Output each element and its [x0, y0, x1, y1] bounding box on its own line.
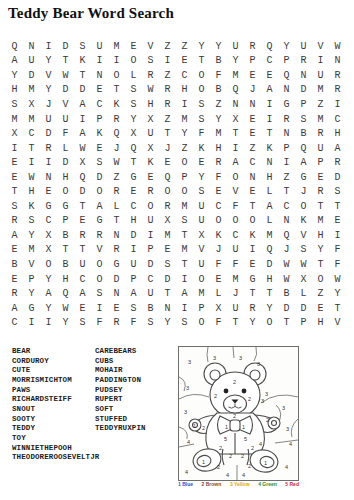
grid-cell-r13c12: U	[193, 214, 210, 229]
grid-cell-r20c6: F	[91, 315, 108, 330]
grid-cell-r16c11: T	[176, 257, 193, 272]
grid-cell-r2c4: T	[57, 54, 74, 69]
grid-cell-r12c16: A	[261, 199, 278, 214]
grid-cell-r12c13: C	[210, 199, 227, 214]
grid-cell-r11c8: E	[125, 184, 142, 199]
grid-cell-r9c1: E	[6, 155, 23, 170]
grid-cell-r17c6: O	[91, 272, 108, 287]
grid-cell-r5c19: Z	[312, 97, 329, 112]
region-number-2: 2	[219, 445, 222, 451]
grid-cell-r14c13: K	[210, 228, 227, 243]
grid-cell-r14c1: A	[6, 228, 23, 243]
grid-cell-r7c2: C	[23, 126, 40, 141]
grid-cell-r18c9: U	[142, 286, 159, 301]
word-stuffed: STUFFED	[95, 415, 146, 425]
bear-inner-ear-left	[210, 370, 220, 380]
grid-cell-r15c3: X	[40, 243, 57, 258]
region-number-4: 4	[285, 464, 288, 470]
grid-cell-r15c8: I	[125, 243, 142, 258]
grid-cell-r7c16: T	[261, 126, 278, 141]
grid-cell-r9c7: W	[108, 155, 125, 170]
grid-cell-r8c14: I	[227, 141, 244, 156]
grid-cell-r10c11: P	[176, 170, 193, 185]
grid-cell-r6c6: P	[91, 112, 108, 127]
word-morrismichtom: MORRISMICHTOM	[12, 376, 99, 386]
grid-cell-r16c1: B	[6, 257, 23, 272]
grid-cell-r15c20: F	[329, 243, 346, 258]
grid-cell-r1c5: S	[74, 39, 91, 54]
grid-cell-r15c5: T	[74, 243, 91, 258]
grid-cell-r3c3: V	[40, 68, 57, 83]
grid-cell-r19c11: I	[176, 301, 193, 316]
grid-cell-r13c10: X	[159, 214, 176, 229]
grid-cell-r20c3: I	[40, 315, 57, 330]
grid-cell-r19c17: D	[278, 301, 295, 316]
grid-cell-r19c5: E	[74, 301, 91, 316]
grid-cell-r7c3: D	[40, 126, 57, 141]
grid-cell-r18c15: T	[244, 286, 261, 301]
grid-cell-r18c3: A	[40, 286, 57, 301]
word-cubs: CUBS	[95, 357, 146, 367]
region-number-3: 3	[282, 405, 285, 411]
grid-cell-r9c17: I	[278, 155, 295, 170]
grid-cell-r9c11: O	[176, 155, 193, 170]
grid-cell-r18c7: N	[108, 286, 125, 301]
legend-blue: 1 Blue	[178, 481, 193, 487]
grid-cell-r1c7: M	[108, 39, 125, 54]
grid-cell-r5c20: I	[329, 97, 346, 112]
grid-cell-r4c12: O	[193, 83, 210, 98]
grid-cell-r2c1: A	[6, 54, 23, 69]
region-number-2: 2	[248, 463, 251, 469]
grid-cell-r2c15: P	[244, 54, 261, 69]
grid-cell-r3c11: C	[176, 68, 193, 83]
grid-cell-r8c15: Z	[244, 141, 261, 156]
grid-cell-r12c3: G	[40, 199, 57, 214]
grid-cell-r2c14: Y	[227, 54, 244, 69]
grid-cell-r6c17: R	[278, 112, 295, 127]
grid-cell-r19c10: N	[159, 301, 176, 316]
grid-cell-r15c17: J	[278, 243, 295, 258]
grid-cell-r18c4: Q	[57, 286, 74, 301]
grid-cell-r1c14: U	[227, 39, 244, 54]
grid-cell-r20c14: T	[227, 315, 244, 330]
grid-cell-r18c14: J	[227, 286, 244, 301]
bear-inner-ear-right	[250, 370, 260, 380]
grid-cell-r10c7: Z	[108, 170, 125, 185]
word-pudsey: PUDSEY	[95, 386, 146, 396]
word-search-grid: QNIDSUMEVZZYYURQYUVWAUYTKIIOSIETBYPCPRIN…	[6, 39, 346, 330]
grid-cell-r8c9: X	[142, 141, 159, 156]
grid-cell-r7c11: Y	[176, 126, 193, 141]
grid-cell-r14c10: M	[159, 228, 176, 243]
grid-cell-r20c18: P	[295, 315, 312, 330]
region-number-2: 2	[266, 417, 269, 423]
grid-cell-r12c7: L	[108, 199, 125, 214]
grid-cell-r8c5: W	[74, 141, 91, 156]
grid-cell-r13c8: H	[125, 214, 142, 229]
grid-cell-r8c7: J	[108, 141, 125, 156]
grid-cell-r1c17: Y	[278, 39, 295, 54]
grid-cell-r1c20: W	[329, 39, 346, 54]
grid-cell-r20c7: R	[108, 315, 125, 330]
grid-cell-r13c19: M	[312, 214, 329, 229]
region-number-1: 1	[264, 460, 267, 466]
region-number-3: 3	[286, 426, 289, 432]
grid-cell-r1c2: N	[23, 39, 40, 54]
grid-cell-r8c6: E	[91, 141, 108, 156]
grid-cell-r4c14: Q	[227, 83, 244, 98]
legend-green: 4 Green	[258, 481, 277, 487]
grid-cell-r17c11: I	[176, 272, 193, 287]
grid-cell-r11c5: D	[74, 184, 91, 199]
grid-cell-r6c4: U	[57, 112, 74, 127]
grid-cell-r20c19: H	[312, 315, 329, 330]
grid-cell-r16c15: E	[244, 257, 261, 272]
teddy-bear-illustration: 333333333322222222222211111554444444	[179, 347, 298, 480]
grid-cell-r11c3: E	[40, 184, 57, 199]
grid-cell-r2c19: I	[312, 54, 329, 69]
grid-cell-r7c12: F	[193, 126, 210, 141]
grid-cell-r13c9: U	[142, 214, 159, 229]
grid-cell-r20c20: V	[329, 315, 346, 330]
grid-cell-r9c13: R	[210, 155, 227, 170]
grid-cell-r7c9: U	[142, 126, 159, 141]
grid-cell-r10c8: G	[125, 170, 142, 185]
region-number-2: 2	[229, 453, 232, 459]
grid-cell-r9c12: E	[193, 155, 210, 170]
grid-cell-r5c1: S	[6, 97, 23, 112]
grid-cell-r20c2: I	[23, 315, 40, 330]
grid-cell-r12c9: O	[142, 199, 159, 214]
grid-cell-r11c4: O	[57, 184, 74, 199]
grid-cell-r12c12: U	[193, 199, 210, 214]
grid-cell-r19c19: E	[312, 301, 329, 316]
word-richardsteiff: RICHARDSTEIFF	[12, 395, 99, 405]
grid-cell-r12c10: R	[159, 199, 176, 214]
grid-cell-r17c12: O	[193, 272, 210, 287]
grid-cell-r2c16: C	[261, 54, 278, 69]
grid-cell-r6c8: Y	[125, 112, 142, 127]
word-rupert: RUPERT	[95, 395, 146, 405]
grid-cell-r6c20: C	[329, 112, 346, 127]
grid-cell-r8c12: K	[193, 141, 210, 156]
grid-cell-r10c19: E	[312, 170, 329, 185]
grid-cell-r7c7: Q	[108, 126, 125, 141]
grid-cell-r16c13: F	[210, 257, 227, 272]
grid-cell-r6c3: U	[40, 112, 57, 127]
grid-cell-r6c18: S	[295, 112, 312, 127]
grid-cell-r19c1: A	[6, 301, 23, 316]
grid-cell-r7c8: X	[125, 126, 142, 141]
grid-cell-r1c18: U	[295, 39, 312, 54]
grid-cell-r13c6: G	[91, 214, 108, 229]
grid-cell-r19c7: E	[108, 301, 125, 316]
grid-cell-r5c9: H	[142, 97, 159, 112]
grid-cell-r14c8: D	[125, 228, 142, 243]
grid-cell-r19c13: X	[210, 301, 227, 316]
grid-cell-r5c3: J	[40, 97, 57, 112]
grid-cell-r15c6: V	[91, 243, 108, 258]
grid-cell-r14c16: M	[261, 228, 278, 243]
grid-cell-r2c13: B	[210, 54, 227, 69]
region-number-3: 3	[184, 409, 187, 415]
region-number-1: 1	[193, 423, 196, 429]
grid-cell-r15c2: M	[23, 243, 40, 258]
grid-cell-r3c1: Y	[6, 68, 23, 83]
grid-cell-r8c3: R	[40, 141, 57, 156]
grid-cell-r15c19: Y	[312, 243, 329, 258]
word-paws: PAWS	[12, 386, 99, 396]
legend-yellow: 3 Yellow	[230, 481, 250, 487]
grid-cell-r14c5: R	[74, 228, 91, 243]
grid-cell-r6c7: R	[108, 112, 125, 127]
page-title: Teddy Bear Word Search	[8, 5, 174, 22]
region-number-2: 2	[233, 413, 236, 419]
grid-cell-r3c8: L	[125, 68, 142, 83]
grid-cell-r1c6: U	[91, 39, 108, 54]
grid-cell-r1c10: Z	[159, 39, 176, 54]
grid-cell-r12c1: S	[6, 199, 23, 214]
region-number-2: 2	[248, 396, 251, 402]
grid-cell-r18c6: S	[91, 286, 108, 301]
grid-cell-r13c2: S	[23, 214, 40, 229]
grid-cell-r10c5: Q	[74, 170, 91, 185]
grid-cell-r5c14: N	[227, 97, 244, 112]
bear-eye-left	[224, 389, 229, 394]
grid-cell-r4c18: D	[295, 83, 312, 98]
grid-cell-r14c11: T	[176, 228, 193, 243]
grid-cell-r9c18: A	[295, 155, 312, 170]
grid-cell-r2c9: S	[142, 54, 159, 69]
grid-cell-r18c13: L	[210, 286, 227, 301]
grid-cell-r12c6: A	[91, 199, 108, 214]
grid-cell-r8c16: K	[261, 141, 278, 156]
grid-cell-r14c14: C	[227, 228, 244, 243]
region-number-3: 3	[186, 385, 189, 391]
grid-cell-r15c14: U	[227, 243, 244, 258]
grid-cell-r10c10: Q	[159, 170, 176, 185]
grid-cell-r7c19: R	[312, 126, 329, 141]
worksheet-page: { "game": "word-search", "title": "Teddy…	[0, 0, 354, 500]
region-number-3: 3	[188, 359, 191, 365]
grid-cell-r14c12: X	[193, 228, 210, 243]
grid-cell-r3c5: T	[74, 68, 91, 83]
grid-cell-r1c3: I	[40, 39, 57, 54]
grid-cell-r15c12: V	[193, 243, 210, 258]
grid-cell-r9c14: A	[227, 155, 244, 170]
grid-cell-r20c15: Y	[244, 315, 261, 330]
grid-cell-r18c17: B	[278, 286, 295, 301]
grid-cell-r13c15: O	[244, 214, 261, 229]
grid-cell-r17c18: X	[295, 272, 312, 287]
grid-cell-r5c18: P	[295, 97, 312, 112]
grid-cell-r20c17: T	[278, 315, 295, 330]
grid-cell-r6c1: M	[6, 112, 23, 127]
region-number-4: 4	[259, 441, 262, 447]
word-toy: TOY	[12, 434, 99, 444]
grid-cell-r10c18: G	[295, 170, 312, 185]
grid-cell-r11c18: J	[295, 184, 312, 199]
grid-cell-r3c9: R	[142, 68, 159, 83]
grid-cell-r12c5: T	[74, 199, 91, 214]
region-number-4: 4	[187, 439, 190, 445]
grid-cell-r14c15: K	[244, 228, 261, 243]
word-mohair: MOHAIR	[95, 366, 146, 376]
grid-cell-r16c14: F	[227, 257, 244, 272]
grid-cell-r16c5: U	[74, 257, 91, 272]
grid-cell-r2c17: P	[278, 54, 295, 69]
grid-cell-r15c9: P	[142, 243, 159, 258]
grid-cell-r9c20: R	[329, 155, 346, 170]
grid-cell-r15c10: E	[159, 243, 176, 258]
grid-cell-r9c8: T	[125, 155, 142, 170]
grid-cell-r3c16: E	[261, 68, 278, 83]
bow-knot	[230, 420, 240, 431]
grid-cell-r6c12: S	[193, 112, 210, 127]
grid-cell-r2c20: N	[329, 54, 346, 69]
grid-cell-r11c13: E	[210, 184, 227, 199]
grid-cell-r13c4: P	[57, 214, 74, 229]
grid-cell-r5c11: I	[176, 97, 193, 112]
grid-cell-r17c13: E	[210, 272, 227, 287]
region-number-5: 5	[224, 436, 227, 442]
grid-cell-r7c18: B	[295, 126, 312, 141]
region-number-2: 2	[217, 464, 220, 470]
grid-cell-r11c9: R	[142, 184, 159, 199]
grid-cell-r8c13: H	[210, 141, 227, 156]
grid-cell-r5c2: X	[23, 97, 40, 112]
grid-cell-r11c2: H	[23, 184, 40, 199]
grid-cell-r19c20: T	[329, 301, 346, 316]
region-number-3: 3	[213, 355, 216, 361]
grid-cell-r4c19: M	[312, 83, 329, 98]
region-number-3: 3	[261, 398, 264, 404]
grid-cell-r16c8: U	[125, 257, 142, 272]
grid-cell-r16c7: G	[108, 257, 125, 272]
grid-cell-r1c9: V	[142, 39, 159, 54]
grid-cell-r15c7: R	[108, 243, 125, 258]
grid-cell-r5c17: G	[278, 97, 295, 112]
grid-cell-r4c1: H	[6, 83, 23, 98]
grid-cell-r18c8: A	[125, 286, 142, 301]
grid-cell-r7c6: K	[91, 126, 108, 141]
grid-cell-r4c2: M	[23, 83, 40, 98]
grid-cell-r8c17: P	[278, 141, 295, 156]
grid-cell-r19c12: P	[193, 301, 210, 316]
grid-cell-r3c14: M	[227, 68, 244, 83]
grid-cell-r4c20: R	[329, 83, 346, 98]
grid-cell-r19c9: B	[142, 301, 159, 316]
region-number-2: 2	[241, 453, 244, 459]
color-key-legend: 1 Blue2 Brown3 Yellow4 Green5 Red	[178, 481, 299, 487]
region-number-3: 3	[265, 391, 268, 397]
grid-cell-r3c20: R	[329, 68, 346, 83]
grid-cell-r3c6: N	[91, 68, 108, 83]
grid-cell-r4c8: S	[125, 83, 142, 98]
grid-cell-r17c9: C	[142, 272, 159, 287]
grid-cell-r13c16: L	[261, 214, 278, 229]
grid-cell-r17c1: E	[6, 272, 23, 287]
grid-cell-r1c13: Y	[210, 39, 227, 54]
grid-cell-r19c18: D	[295, 301, 312, 316]
grid-cell-r19c15: R	[244, 301, 261, 316]
grid-cell-r3c15: E	[244, 68, 261, 83]
grid-cell-r16c17: W	[278, 257, 295, 272]
grid-cell-r20c12: O	[193, 315, 210, 330]
grid-cell-r2c8: O	[125, 54, 142, 69]
grid-cell-r11c7: R	[108, 184, 125, 199]
grid-cell-r17c17: W	[278, 272, 295, 287]
grid-cell-r2c6: I	[91, 54, 108, 69]
grid-cell-r1c15: R	[244, 39, 261, 54]
grid-cell-r11c19: R	[312, 184, 329, 199]
grid-cell-r12c14: F	[227, 199, 244, 214]
grid-cell-r12c2: K	[23, 199, 40, 214]
region-number-1: 1	[225, 424, 228, 430]
grid-cell-r7c10: T	[159, 126, 176, 141]
grid-cell-r15c13: J	[210, 243, 227, 258]
grid-cell-r7c15: E	[244, 126, 261, 141]
grid-cell-r3c13: F	[210, 68, 227, 83]
word-snout: SNOUT	[12, 405, 99, 415]
grid-cell-r17c10: D	[159, 272, 176, 287]
grid-cell-r3c2: D	[23, 68, 40, 83]
grid-cell-r9c19: P	[312, 155, 329, 170]
region-number-2: 2	[233, 379, 236, 385]
region-number-2: 2	[202, 425, 205, 431]
word-teddy: TEDDY	[12, 424, 99, 434]
grid-cell-r8c10: J	[159, 141, 176, 156]
grid-cell-r5c10: R	[159, 97, 176, 112]
grid-cell-r11c6: O	[91, 184, 108, 199]
grid-cell-r20c1: C	[6, 315, 23, 330]
grid-cell-r16c16: D	[261, 257, 278, 272]
grid-cell-r2c10: I	[159, 54, 176, 69]
word-theodorerooseveltjr: THEODOREROOSEVELTJR	[12, 453, 99, 463]
grid-cell-r4c5: D	[74, 83, 91, 98]
region-number-1: 1	[242, 424, 245, 430]
grid-cell-r10c4: H	[57, 170, 74, 185]
grid-cell-r16c3: O	[40, 257, 57, 272]
grid-cell-r19c6: I	[91, 301, 108, 316]
grid-cell-r17c14: M	[227, 272, 244, 287]
grid-cell-r3c10: Z	[159, 68, 176, 83]
grid-cell-r6c19: M	[312, 112, 329, 127]
grid-cell-r2c18: R	[295, 54, 312, 69]
grid-cell-r5c16: I	[261, 97, 278, 112]
grid-cell-r13c13: O	[210, 214, 227, 229]
grid-cell-r2c7: I	[108, 54, 125, 69]
grid-cell-r18c12: M	[193, 286, 210, 301]
grid-cell-r18c20: Y	[329, 286, 346, 301]
grid-cell-r7c1: X	[6, 126, 23, 141]
grid-cell-r17c15: G	[244, 272, 261, 287]
legend-brown: 2 Brown	[202, 481, 222, 487]
grid-cell-r14c4: B	[57, 228, 74, 243]
region-number-4: 4	[242, 472, 245, 478]
bear-eye-right	[242, 389, 247, 394]
grid-cell-r5c13: Z	[210, 97, 227, 112]
grid-cell-r1c4: D	[57, 39, 74, 54]
grid-cell-r8c2: T	[23, 141, 40, 156]
grid-cell-r7c13: M	[210, 126, 227, 141]
grid-cell-r12c19: T	[312, 199, 329, 214]
grid-cell-r7c14: T	[227, 126, 244, 141]
legend-red: 5 Red	[285, 481, 299, 487]
grid-cell-r1c1: Q	[6, 39, 23, 54]
grid-cell-r7c17: N	[278, 126, 295, 141]
